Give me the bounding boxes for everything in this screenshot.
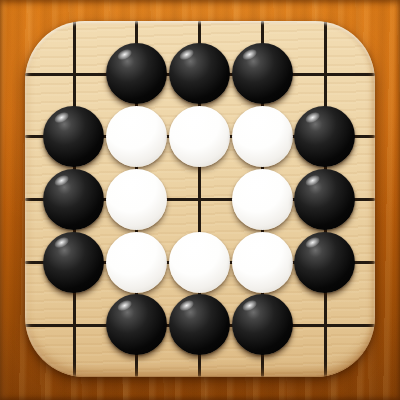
board-intersection[interactable] [43,294,106,357]
board-intersection[interactable]: ○ [168,105,231,168]
go-board: ●●●●○○○●●○○●●○○○●●●● [25,21,375,377]
board-intersection[interactable]: ● [231,43,294,106]
black-stone: ● [106,294,167,355]
board-intersection[interactable]: ● [43,168,106,231]
board-intersection[interactable]: ○ [105,168,168,231]
board-intersection[interactable] [168,168,231,231]
black-stone: ● [169,43,230,104]
board-intersection[interactable]: ● [294,105,357,168]
board-grid: ●●●●○○○●●○○●●○○○●●●● [43,43,357,357]
board-intersection[interactable]: ● [294,231,357,294]
black-stone: ● [106,43,167,104]
board-intersection[interactable]: ● [105,294,168,357]
board-intersection[interactable]: ● [43,105,106,168]
board-intersection[interactable]: ● [168,294,231,357]
black-stone: ● [294,106,355,167]
black-stone: ● [232,43,293,104]
board-intersection[interactable]: ● [105,43,168,106]
app-screen: ●●●●○○○●●○○●●○○○●●●● [0,0,400,400]
black-stone: ● [43,106,104,167]
board-intersection[interactable]: ○ [231,168,294,231]
board-intersection[interactable] [43,43,106,106]
white-stone: ○ [106,169,167,230]
board-intersection[interactable]: ○ [231,231,294,294]
board-intersection[interactable]: ○ [231,105,294,168]
white-stone: ○ [106,106,167,167]
board-intersection[interactable]: ● [294,168,357,231]
white-stone: ○ [232,169,293,230]
white-stone: ○ [232,106,293,167]
white-stone: ○ [106,232,167,293]
board-intersection[interactable] [294,43,357,106]
board-intersection[interactable]: ○ [105,105,168,168]
board-intersection[interactable] [294,294,357,357]
board-intersection[interactable]: ○ [168,231,231,294]
black-stone: ● [43,232,104,293]
board-intersection[interactable]: ● [43,231,106,294]
white-stone: ○ [232,232,293,293]
board-intersection[interactable]: ● [231,294,294,357]
board-intersection[interactable]: ● [168,43,231,106]
black-stone: ● [294,232,355,293]
white-stone: ○ [169,232,230,293]
black-stone: ● [232,294,293,355]
black-stone: ● [294,169,355,230]
black-stone: ● [43,169,104,230]
board-intersection[interactable]: ○ [105,231,168,294]
white-stone: ○ [169,106,230,167]
black-stone: ● [169,294,230,355]
